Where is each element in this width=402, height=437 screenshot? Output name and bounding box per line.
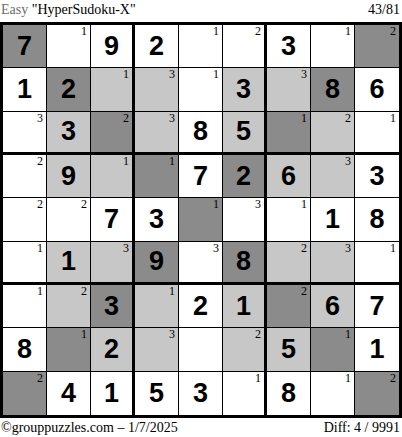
cell-r4c7: 6: [267, 155, 311, 198]
given-digit: 3: [355, 155, 399, 197]
cell-r8c6[interactable]: 2: [223, 328, 267, 371]
footer: ©grouppuzzles.com – 1/7/2025 Diff: 4 / 9…: [0, 419, 402, 437]
given-digit: 6: [355, 68, 399, 110]
cell-r7c9: 7: [355, 285, 399, 328]
page-title: Easy "HyperSudoku-X": [1, 2, 136, 18]
cell-r9c1[interactable]: 2: [3, 372, 47, 415]
given-digit: 7: [355, 285, 399, 327]
cell-r1c8[interactable]: 1: [311, 25, 355, 68]
given-digit: 2: [223, 155, 264, 197]
pencil-mark: 2: [123, 111, 129, 126]
cell-r9c6[interactable]: 1: [223, 372, 267, 415]
cell-r4c1[interactable]: 2: [3, 155, 47, 198]
cell-r7c8: 6: [311, 285, 355, 328]
pencil-mark: 3: [169, 111, 175, 126]
cell-r4c3[interactable]: 1: [91, 155, 135, 198]
pencil-mark: 3: [123, 241, 129, 256]
cell-r6c6: 8: [223, 242, 267, 285]
cell-r3c6: 5: [223, 112, 267, 155]
given-digit: 3: [135, 198, 178, 240]
given-digit: 5: [223, 112, 264, 152]
pencil-mark: 3: [255, 197, 261, 212]
cell-r6c5[interactable]: 3: [179, 242, 223, 285]
given-digit: 9: [47, 155, 90, 197]
given-digit: 1: [223, 285, 264, 327]
cell-r5c7[interactable]: 1: [267, 198, 311, 241]
given-digit: 9: [91, 25, 132, 67]
given-digit: 9: [135, 242, 178, 282]
header: Easy "HyperSudoku-X" 43/81: [0, 0, 402, 22]
cell-r5c3: 7: [91, 198, 135, 241]
pencil-mark: 3: [37, 111, 43, 126]
cell-r2c2: 2: [47, 68, 91, 111]
cell-r8c5[interactable]: [179, 328, 223, 371]
cell-r8c7: 5: [267, 328, 311, 371]
pencil-mark: 2: [301, 284, 307, 299]
pencil-mark: 1: [123, 67, 129, 82]
given-digit: 1: [355, 328, 399, 370]
pencil-mark: 3: [345, 154, 351, 169]
cell-r5c2[interactable]: 2: [47, 198, 91, 241]
cell-r9c9[interactable]: 2: [355, 372, 399, 415]
given-digit: 4: [47, 372, 90, 415]
pencil-mark: 2: [390, 24, 396, 39]
cell-r8c3: 2: [91, 328, 135, 371]
cell-r3c4[interactable]: 3: [135, 112, 179, 155]
cell-r5c4: 3: [135, 198, 179, 241]
given-digit: 8: [267, 372, 310, 415]
cell-r1c6[interactable]: 2: [223, 25, 267, 68]
pencil-mark: 1: [81, 327, 87, 342]
given-digit: 3: [223, 68, 264, 110]
pencil-mark: 1: [301, 111, 307, 126]
pencil-mark: 3: [169, 67, 175, 82]
cell-r4c9: 3: [355, 155, 399, 198]
cell-r1c3: 9: [91, 25, 135, 68]
cell-r2c1: 1: [3, 68, 47, 111]
given-digit: 6: [267, 155, 310, 197]
given-digit: 2: [47, 68, 90, 110]
cell-r7c3: 3: [91, 285, 135, 328]
cell-r7c4[interactable]: 1: [135, 285, 179, 328]
pencil-mark: 1: [169, 154, 175, 169]
cell-r1c2[interactable]: 1: [47, 25, 91, 68]
given-digit: 3: [91, 285, 132, 327]
copyright-date: ©grouppuzzles.com – 1/7/2025: [1, 420, 178, 437]
cell-r2c3[interactable]: 1: [91, 68, 135, 111]
cell-r2c6: 3: [223, 68, 267, 111]
puzzle-page: Easy "HyperSudoku-X" 43/81 7192123121213…: [0, 0, 402, 437]
given-digit: 1: [311, 198, 354, 240]
given-digit: 5: [135, 372, 178, 415]
cell-r6c9[interactable]: 1: [355, 242, 399, 285]
pencil-mark: 1: [37, 241, 43, 256]
pencil-mark: 2: [301, 241, 307, 256]
cell-r3c5: 8: [179, 112, 223, 155]
given-digit: 3: [47, 112, 90, 152]
pencil-mark: 1: [301, 197, 307, 212]
cell-r3c9[interactable]: 1: [355, 112, 399, 155]
cell-r1c1: 7: [3, 25, 47, 68]
cell-r6c8[interactable]: 3: [311, 242, 355, 285]
cell-r9c2: 4: [47, 372, 91, 415]
cell-r9c3: 1: [91, 372, 135, 415]
given-digit: 2: [91, 328, 132, 370]
cell-r4c5: 7: [179, 155, 223, 198]
cell-r6c2: 1: [47, 242, 91, 285]
pencil-mark: 3: [345, 241, 351, 256]
given-digit: 7: [179, 155, 222, 197]
pencil-mark: 1: [213, 67, 219, 82]
pencil-mark: 3: [213, 241, 219, 256]
cell-r3c8[interactable]: 2: [311, 112, 355, 155]
cell-r8c9: 1: [355, 328, 399, 371]
given-digit: 5: [267, 328, 310, 370]
given-digit: 2: [135, 25, 178, 67]
pencil-mark: 1: [213, 197, 219, 212]
cell-r6c1[interactable]: 1: [3, 242, 47, 285]
pencil-mark: 3: [169, 327, 175, 342]
pencil-mark: 2: [81, 284, 87, 299]
given-digit: 8: [3, 328, 46, 370]
cell-r8c4[interactable]: 3: [135, 328, 179, 371]
cell-r3c1[interactable]: 3: [3, 112, 47, 155]
cell-r3c7[interactable]: 1: [267, 112, 311, 155]
given-digit: 3: [267, 25, 310, 67]
cell-r5c1[interactable]: 2: [3, 198, 47, 241]
pencil-mark: 1: [390, 241, 396, 256]
cell-r9c4: 5: [135, 372, 179, 415]
given-digit: 1: [91, 372, 132, 415]
cell-r4c8[interactable]: 3: [311, 155, 355, 198]
pencil-mark: 2: [390, 371, 396, 386]
pencil-mark: 2: [37, 371, 43, 386]
pencil-mark: 1: [169, 284, 175, 299]
cell-r7c5: 2: [179, 285, 223, 328]
cell-r4c4[interactable]: 1: [135, 155, 179, 198]
cell-r9c5: 3: [179, 372, 223, 415]
pencil-mark: 1: [345, 327, 351, 342]
cell-r2c5[interactable]: 1: [179, 68, 223, 111]
cell-r2c8: 8: [311, 68, 355, 111]
given-digit: 6: [311, 285, 354, 327]
cell-r5c9: 8: [355, 198, 399, 241]
pencil-mark: 1: [345, 24, 351, 39]
cell-r1c4: 2: [135, 25, 179, 68]
pencil-mark: 1: [123, 154, 129, 169]
cell-r4c6: 2: [223, 155, 267, 198]
cell-r1c7: 3: [267, 25, 311, 68]
pencil-mark: 3: [301, 67, 307, 82]
pencil-mark: 1: [81, 24, 87, 39]
cell-r4c2: 9: [47, 155, 91, 198]
cell-r6c7[interactable]: 2: [267, 242, 311, 285]
sudoku-board: 7192123121213133863323851212911726332273…: [0, 22, 402, 418]
cell-r7c2[interactable]: 2: [47, 285, 91, 328]
pencil-mark: 2: [37, 197, 43, 212]
given-digit: 1: [3, 68, 46, 110]
pencil-mark: 2: [345, 111, 351, 126]
cell-r7c7[interactable]: 2: [267, 285, 311, 328]
cell-r8c8[interactable]: 1: [311, 328, 355, 371]
difficulty-label: Easy: [1, 2, 28, 17]
given-digit: 8: [355, 198, 399, 240]
pencil-mark: 1: [37, 284, 43, 299]
cell-r8c2[interactable]: 1: [47, 328, 91, 371]
pencil-mark: 2: [255, 327, 261, 342]
cell-r2c4[interactable]: 3: [135, 68, 179, 111]
cell-r8c1: 8: [3, 328, 47, 371]
cell-r3c3[interactable]: 2: [91, 112, 135, 155]
progress-counter: 43/81: [368, 2, 400, 18]
cell-r2c7[interactable]: 3: [267, 68, 311, 111]
pencil-mark: 1: [390, 111, 396, 126]
pencil-mark: 1: [255, 371, 261, 386]
cell-r7c1[interactable]: 1: [3, 285, 47, 328]
pencil-mark: 1: [345, 371, 351, 386]
cell-r2c9: 6: [355, 68, 399, 111]
puzzle-name: "HyperSudoku-X": [32, 2, 136, 17]
cell-r3c2: 3: [47, 112, 91, 155]
given-digit: 3: [179, 372, 222, 415]
pencil-mark: 2: [255, 24, 261, 39]
cell-r5c5[interactable]: 1: [179, 198, 223, 241]
given-digit: 7: [3, 25, 46, 67]
pencil-mark: 2: [37, 154, 43, 169]
given-digit: 8: [311, 68, 354, 110]
given-digit: 8: [223, 242, 264, 282]
pencil-mark: 2: [81, 197, 87, 212]
cell-r7c6: 1: [223, 285, 267, 328]
given-digit: 7: [91, 198, 132, 240]
cell-r9c7: 8: [267, 372, 311, 415]
cell-r1c9[interactable]: 2: [355, 25, 399, 68]
cell-r6c3[interactable]: 3: [91, 242, 135, 285]
given-digit: 8: [179, 112, 222, 152]
cell-r9c8[interactable]: 1: [311, 372, 355, 415]
given-digit: 1: [47, 242, 90, 282]
difficulty-rating: Diff: 4 / 9991: [324, 420, 400, 437]
cell-r5c6[interactable]: 3: [223, 198, 267, 241]
cell-r5c8: 1: [311, 198, 355, 241]
pencil-mark: 1: [213, 24, 219, 39]
given-digit: 2: [179, 285, 222, 327]
cell-r6c4: 9: [135, 242, 179, 285]
cell-r1c5[interactable]: 1: [179, 25, 223, 68]
